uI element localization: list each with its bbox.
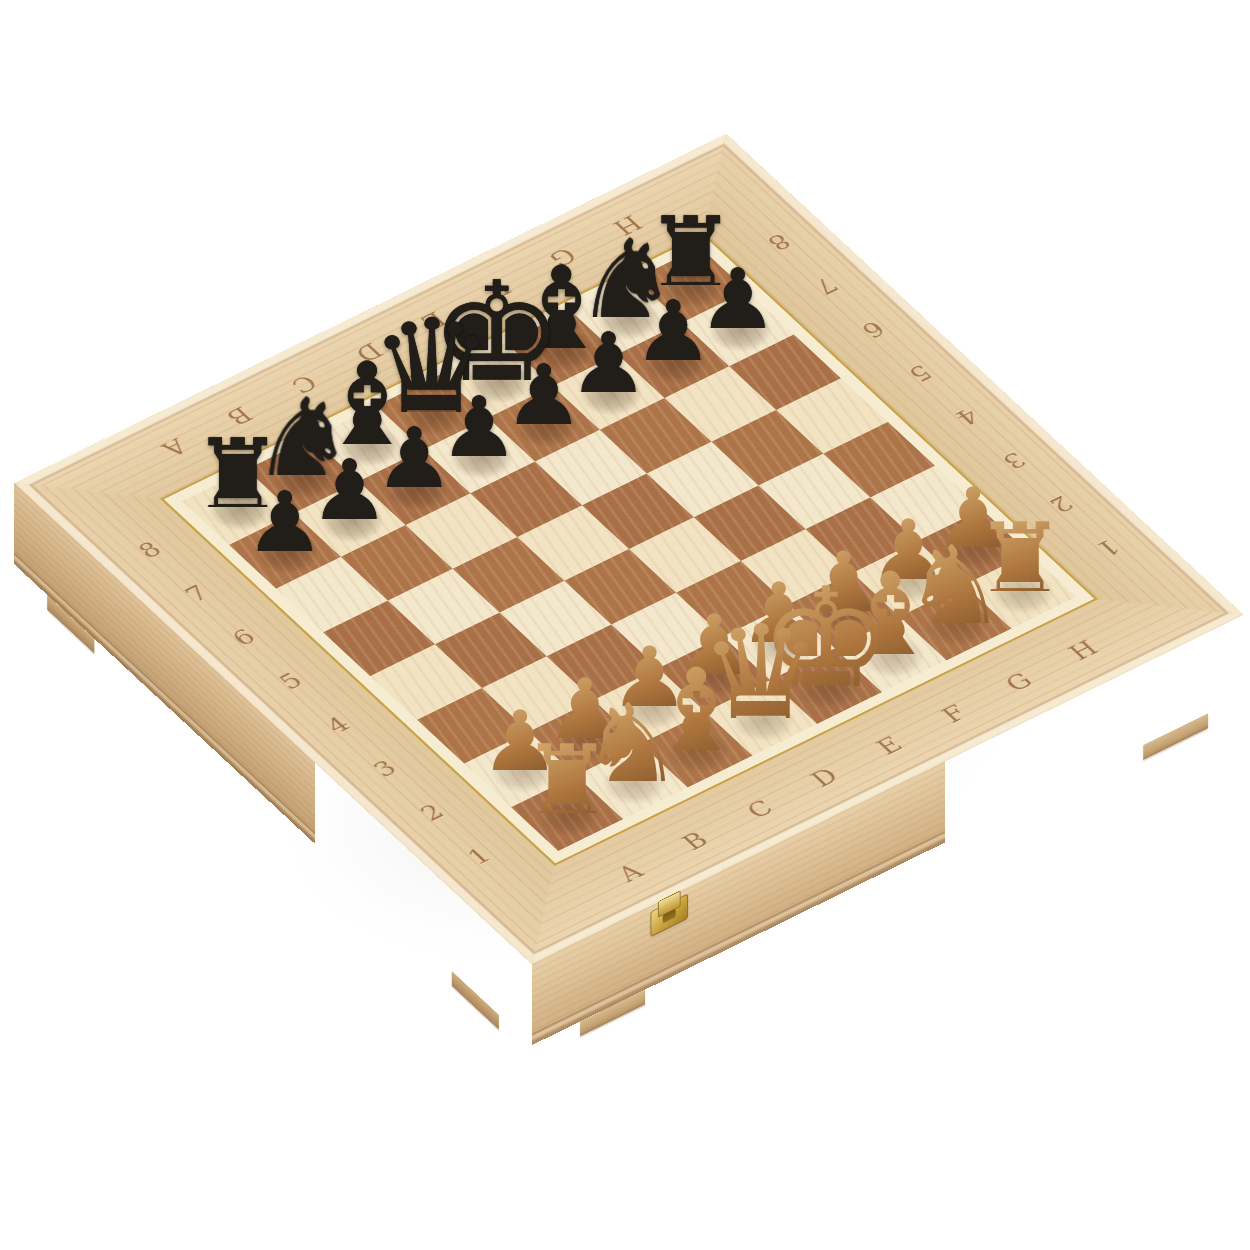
file-label-near-E: E (871, 732, 909, 759)
file-label-near-A: A (612, 859, 650, 886)
file-label-near-D: D (805, 763, 845, 791)
rank-label-left-2: 2 (415, 799, 451, 825)
file-label-far-A: A (155, 434, 193, 461)
rank-label-right-6: 6 (855, 316, 891, 342)
file-label-near-H: H (1064, 636, 1105, 665)
rank-label-left-1: 1 (462, 843, 498, 869)
rank-label-left-7: 7 (180, 581, 216, 607)
rank-label-right-4: 4 (949, 404, 985, 430)
rank-label-right-5: 5 (902, 360, 938, 386)
file-label-near-C: C (741, 795, 780, 823)
rank-label-right-7: 7 (807, 272, 843, 298)
file-label-near-G: G (1000, 668, 1040, 696)
rank-label-right-1: 1 (1090, 535, 1126, 561)
rank-label-left-3: 3 (368, 756, 404, 782)
file-label-near-B: B (677, 827, 715, 854)
photo-canvas: ABCDEFGH ABCDEFGH 87654321 87654321 ♜♞♝♛… (0, 0, 1250, 1250)
rank-label-left-4: 4 (321, 712, 357, 738)
rank-label-left-8: 8 (133, 537, 169, 563)
rank-label-left-5: 5 (274, 668, 310, 694)
file-label-near-F: F (936, 700, 973, 727)
rank-label-left-6: 6 (227, 624, 263, 650)
